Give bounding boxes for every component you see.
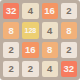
tile-r4c1-2: 2 <box>3 61 19 77</box>
tile-r1c3-16: 16 <box>42 3 58 19</box>
tile-r2c1-8: 8 <box>3 22 19 38</box>
tile-r3c2-16: 16 <box>22 42 38 58</box>
tile-r1c4-2: 2 <box>61 3 77 19</box>
tile-r3c3-8: 8 <box>42 42 58 58</box>
tile-r1c1-32: 32 <box>3 3 19 19</box>
tile-r2c3-4: 4 <box>42 22 58 38</box>
tile-r4c2-2: 2 <box>22 61 38 77</box>
2048-board[interactable]: 3241628128482168222432 <box>0 0 80 80</box>
tile-r3c1-2: 2 <box>3 42 19 58</box>
tile-r2c2-128: 128 <box>22 22 38 38</box>
tile-r3c4-2: 2 <box>61 42 77 58</box>
tile-r4c4-32: 32 <box>61 61 77 77</box>
tile-r1c2-4: 4 <box>22 3 38 19</box>
tile-r2c4-8: 8 <box>61 22 77 38</box>
tile-r4c3-4: 4 <box>42 61 58 77</box>
